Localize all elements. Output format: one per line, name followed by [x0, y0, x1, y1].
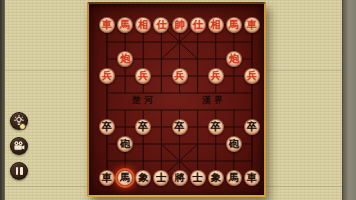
game-scene: 楚河 漢界 車馬相仕帥仕相馬車炮炮兵兵兵兵兵卒卒卒卒卒砲砲車馬象士將士象馬車: [0, 0, 356, 200]
control-panel: [10, 112, 28, 180]
red-piece-帥[interactable]: 帥: [172, 17, 188, 33]
red-piece-兵[interactable]: 兵: [172, 68, 188, 84]
red-piece-炮[interactable]: 炮: [226, 51, 242, 67]
red-piece-馬[interactable]: 馬: [117, 17, 133, 33]
pause-icon: [16, 167, 23, 175]
xiangqi-board[interactable]: 楚河 漢界 車馬相仕帥仕相馬車炮炮兵兵兵兵兵卒卒卒卒卒砲砲車馬象士將士象馬車: [87, 2, 266, 197]
selected-black-piece-馬[interactable]: 馬: [117, 170, 133, 186]
black-piece-象[interactable]: 象: [208, 170, 224, 186]
red-piece-兵[interactable]: 兵: [244, 68, 260, 84]
river-label-left: 楚河: [122, 94, 166, 106]
red-piece-馬[interactable]: 馬: [226, 17, 242, 33]
black-piece-砲[interactable]: 砲: [117, 136, 133, 152]
black-piece-將[interactable]: 將: [172, 170, 188, 186]
black-piece-卒[interactable]: 卒: [172, 119, 188, 135]
video-camera-icon: [13, 140, 25, 152]
red-piece-兵[interactable]: 兵: [99, 68, 115, 84]
floor-edge-right: [342, 0, 356, 200]
pause-button[interactable]: [10, 162, 28, 180]
river-label-right: 漢界: [192, 94, 236, 106]
red-piece-仕[interactable]: 仕: [190, 17, 206, 33]
black-piece-士[interactable]: 士: [190, 170, 206, 186]
black-piece-車[interactable]: 車: [99, 170, 115, 186]
hint-button[interactable]: [10, 112, 28, 130]
red-piece-車[interactable]: 車: [244, 17, 260, 33]
board-grid: [89, 4, 264, 195]
black-piece-卒[interactable]: 卒: [208, 119, 224, 135]
black-piece-卒[interactable]: 卒: [99, 119, 115, 135]
black-piece-砲[interactable]: 砲: [226, 136, 242, 152]
red-piece-相[interactable]: 相: [208, 17, 224, 33]
black-piece-馬[interactable]: 馬: [226, 170, 242, 186]
red-piece-兵[interactable]: 兵: [208, 68, 224, 84]
floor-edge-left: [0, 0, 5, 200]
red-piece-炮[interactable]: 炮: [117, 51, 133, 67]
black-piece-車[interactable]: 車: [244, 170, 260, 186]
black-piece-卒[interactable]: 卒: [244, 119, 260, 135]
red-piece-車[interactable]: 車: [99, 17, 115, 33]
camera-button[interactable]: [10, 137, 28, 155]
hint-badge: [19, 123, 26, 130]
